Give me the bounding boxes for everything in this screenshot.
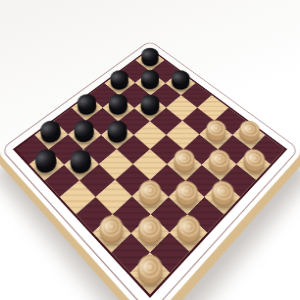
perspective-container [3,0,297,300]
white-checker[interactable] [239,152,267,178]
white-checker[interactable] [202,123,229,146]
checkers-board[interactable] [13,48,287,298]
board-frame [0,37,300,300]
black-checker[interactable] [104,123,131,146]
projection-stretch [3,0,297,300]
black-checker[interactable] [168,73,193,93]
white-checker[interactable] [172,217,203,248]
white-checker[interactable] [207,183,237,211]
checkers-product-photo [0,0,300,300]
